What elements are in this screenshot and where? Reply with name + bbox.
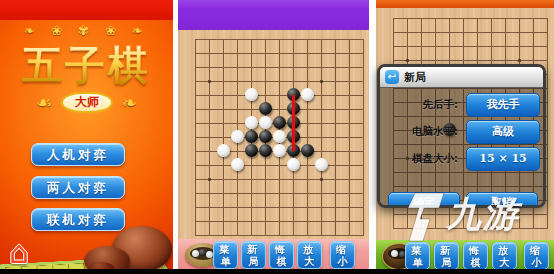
white-stone bbox=[231, 130, 244, 143]
home-icon[interactable]: ⌂ bbox=[3, 236, 35, 268]
black-stone bbox=[245, 144, 258, 157]
star-point bbox=[406, 59, 409, 62]
top-orange-strip bbox=[376, 0, 554, 8]
bottom-black-bar bbox=[0, 269, 554, 274]
black-stone bbox=[245, 130, 258, 143]
zoom-out-button[interactable]: 缩小 bbox=[330, 241, 355, 269]
new-game-button[interactable]: 新局 bbox=[241, 241, 266, 269]
black-stone bbox=[259, 102, 272, 115]
winning-line bbox=[292, 95, 295, 151]
white-stone bbox=[259, 116, 272, 129]
bottom-toolbar: 菜单 新局 悔棋 放大 缩小 bbox=[376, 240, 554, 269]
white-stone bbox=[245, 88, 258, 101]
title-screen-panel: ❧ ❀ ✾ ❀ ❧ 五子棋 ☙ 大师 ❧ 人机对弈 两人对弈 联机对弈 ⌂ bbox=[0, 0, 173, 274]
screen: ❧ ❀ ✾ ❀ ❧ 五子棋 ☙ 大师 ❧ 人机对弈 两人对弈 联机对弈 ⌂ bbox=[0, 0, 554, 274]
zoom-in-button[interactable]: 放大 bbox=[492, 242, 517, 270]
board-size-label: 棋盘大小: bbox=[380, 147, 458, 169]
bowl-white-stone bbox=[391, 250, 398, 257]
zoom-out-button[interactable]: 缩小 bbox=[524, 242, 549, 270]
top-red-strip bbox=[0, 0, 173, 20]
zoom-in-button[interactable]: 放大 bbox=[297, 241, 322, 269]
badge-row: ☙ 大师 ❧ bbox=[0, 92, 173, 118]
cancel-button[interactable]: 取消 bbox=[466, 192, 538, 208]
flourish-left-icon: ☙ bbox=[36, 92, 52, 113]
ai-level-select[interactable]: 高级 bbox=[466, 120, 540, 144]
purple-header-bar bbox=[178, 0, 369, 30]
star-point bbox=[320, 178, 323, 181]
bottom-toolbar: 菜单 新局 悔棋 放大 缩小 bbox=[178, 239, 369, 269]
first-move-label: 先后手: bbox=[380, 93, 458, 115]
star-point bbox=[320, 80, 323, 83]
new-game-dialog: ↩ 新局 先后手: 我先手 电脑水平: 高级 棋盘大小: 15 × 15 确定 … bbox=[377, 64, 546, 208]
menu-button-online-play[interactable]: 联机对弈 bbox=[31, 208, 125, 231]
black-stone bbox=[259, 130, 272, 143]
white-stone bbox=[301, 88, 314, 101]
white-stone bbox=[273, 130, 286, 143]
undo-button[interactable]: 悔棋 bbox=[463, 242, 488, 270]
white-stone bbox=[231, 158, 244, 171]
menu-button-two-players[interactable]: 两人对弈 bbox=[31, 176, 125, 199]
flourish-right-icon: ❧ bbox=[122, 92, 137, 113]
star-point bbox=[518, 59, 521, 62]
dialog-body: 先后手: 我先手 电脑水平: 高级 棋盘大小: 15 × 15 确定 取消 bbox=[380, 87, 543, 205]
white-stone bbox=[217, 144, 230, 157]
gold-ornament-border: ❧ ❀ ✾ ❀ ❧ bbox=[0, 21, 173, 41]
white-stone bbox=[315, 158, 328, 171]
gomoku-board[interactable] bbox=[178, 30, 369, 239]
new-game-icon: ↩ bbox=[385, 70, 399, 84]
ai-level-label: 电脑水平: bbox=[380, 120, 458, 142]
first-move-select[interactable]: 我先手 bbox=[466, 93, 540, 117]
black-stone bbox=[259, 144, 272, 157]
white-stone bbox=[287, 158, 300, 171]
game-panel: 菜单 新局 悔棋 放大 缩小 bbox=[178, 0, 369, 274]
black-stone bbox=[301, 144, 314, 157]
dialog-panel: ↩ 新局 先后手: 我先手 电脑水平: 高级 棋盘大小: 15 × 15 确定 … bbox=[376, 0, 554, 274]
bowl-white-stone bbox=[206, 251, 213, 258]
menu-button[interactable]: 菜单 bbox=[213, 241, 238, 269]
board-size-select[interactable]: 15 × 15 bbox=[466, 147, 540, 171]
star-point bbox=[208, 80, 211, 83]
menu-button[interactable]: 菜单 bbox=[405, 242, 430, 270]
bowl-white-stone bbox=[192, 250, 199, 257]
dialog-title-bar: ↩ 新局 bbox=[380, 67, 543, 88]
dialog-title: 新局 bbox=[404, 67, 426, 87]
new-game-button[interactable]: 新局 bbox=[434, 242, 459, 270]
master-badge: 大师 bbox=[61, 92, 113, 113]
menu-button-human-vs-ai[interactable]: 人机对弈 bbox=[31, 143, 125, 166]
black-stone bbox=[273, 116, 286, 129]
bowl-black-stone bbox=[199, 249, 206, 256]
star-point bbox=[208, 178, 211, 181]
ok-button[interactable]: 确定 bbox=[388, 192, 460, 208]
app-title: 五子棋 bbox=[0, 44, 173, 86]
white-stone bbox=[245, 116, 258, 129]
undo-button[interactable]: 悔棋 bbox=[269, 241, 294, 269]
white-stone bbox=[273, 144, 286, 157]
